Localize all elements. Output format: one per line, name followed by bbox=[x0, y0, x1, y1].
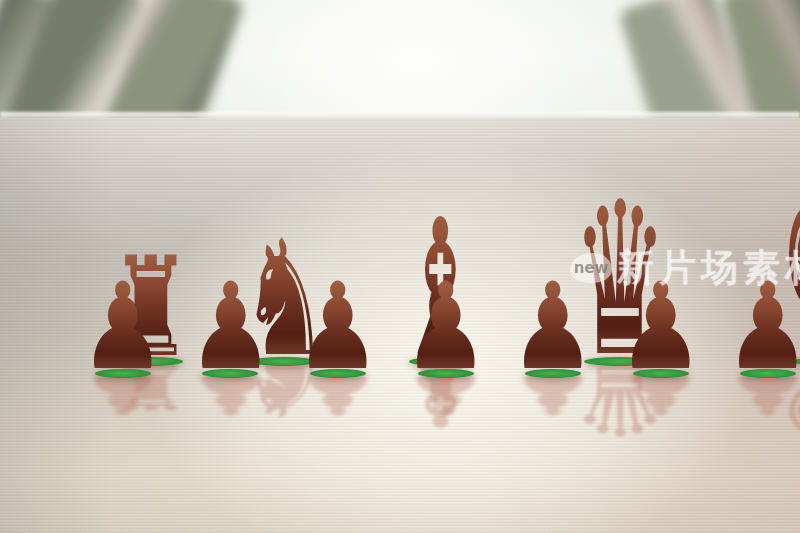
board-cell: ♟ ♟ bbox=[392, 274, 500, 374]
pawn-rank-row: ♟ ♟ ♟ ♟ ♟ ♟ ♟ ♟ bbox=[69, 274, 752, 374]
pawn-glyph: ♟ bbox=[618, 280, 704, 374]
pawn-glyph: ♟ bbox=[402, 280, 488, 374]
pawn-glyph: ♟ bbox=[510, 280, 596, 374]
pawn-glyph: ♟ bbox=[725, 280, 800, 374]
pawn-piece: ♟ ♟ bbox=[499, 280, 607, 374]
board-cell: ♟ ♟ bbox=[177, 274, 285, 374]
board-cell: ♟ ♟ bbox=[714, 274, 800, 374]
pawn-glyph: ♟ bbox=[295, 280, 381, 374]
conference-room-chess-photo: ♜ ♜ ♞ ♞ ♝ ♝ ♛ ♛ bbox=[0, 0, 800, 533]
pawn-glyph: ♟ bbox=[187, 280, 273, 374]
pawn-piece: ♟ ♟ bbox=[69, 280, 177, 374]
board-cell: ♟ ♟ bbox=[284, 274, 392, 374]
board-cell: ♟ ♟ bbox=[499, 274, 607, 374]
pawn-piece: ♟ ♟ bbox=[392, 280, 500, 374]
pawn-piece: ♟ ♟ bbox=[177, 280, 285, 374]
pawn-piece: ♟ ♟ bbox=[607, 280, 715, 374]
board-cell: ♟ ♟ bbox=[607, 274, 715, 374]
pawn-glyph: ♟ bbox=[80, 280, 166, 374]
pawn-piece: ♟ ♟ bbox=[284, 280, 392, 374]
pawn-piece: ♟ ♟ bbox=[714, 280, 800, 374]
board-cell: ♟ ♟ bbox=[69, 274, 177, 374]
